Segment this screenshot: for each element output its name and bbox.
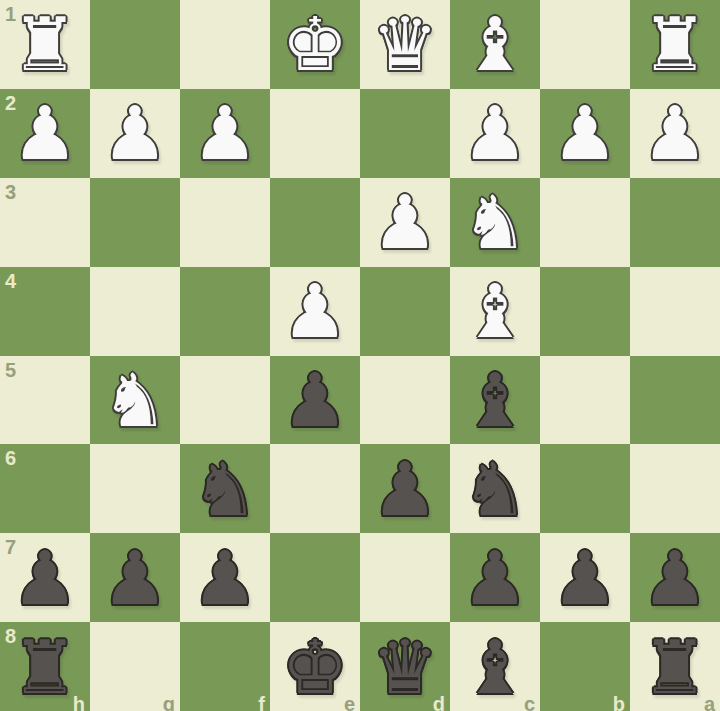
rank-label-5: 5 xyxy=(5,360,16,380)
piece-black-king[interactable]: ♚ xyxy=(282,630,348,704)
rank-label-6: 6 xyxy=(5,448,16,468)
piece-black-bishop[interactable]: ♝ xyxy=(462,363,528,437)
square-b4[interactable] xyxy=(540,267,630,356)
square-f1[interactable] xyxy=(180,0,270,89)
square-e8[interactable]: e♚ xyxy=(270,622,360,711)
square-e4[interactable]: ♟ xyxy=(270,267,360,356)
square-a3[interactable] xyxy=(630,178,720,267)
square-g5[interactable]: ♞ xyxy=(90,356,180,445)
square-f7[interactable]: ♟ xyxy=(180,533,270,622)
piece-black-pawn[interactable]: ♟ xyxy=(102,541,168,615)
piece-black-knight[interactable]: ♞ xyxy=(462,452,528,526)
square-b6[interactable] xyxy=(540,444,630,533)
square-f3[interactable] xyxy=(180,178,270,267)
square-g6[interactable] xyxy=(90,444,180,533)
file-label-b: b xyxy=(613,694,625,711)
square-d3[interactable]: ♟ xyxy=(360,178,450,267)
square-a5[interactable] xyxy=(630,356,720,445)
square-d2[interactable] xyxy=(360,89,450,178)
square-b5[interactable] xyxy=(540,356,630,445)
file-label-f: f xyxy=(258,694,265,711)
square-a2[interactable]: ♟ xyxy=(630,89,720,178)
square-d8[interactable]: d♛ xyxy=(360,622,450,711)
piece-white-pawn[interactable]: ♟ xyxy=(282,274,348,348)
piece-white-pawn[interactable]: ♟ xyxy=(552,96,618,170)
square-g7[interactable]: ♟ xyxy=(90,533,180,622)
piece-white-pawn[interactable]: ♟ xyxy=(642,96,708,170)
square-c3[interactable]: ♞ xyxy=(450,178,540,267)
square-g2[interactable]: ♟ xyxy=(90,89,180,178)
square-b3[interactable] xyxy=(540,178,630,267)
piece-white-knight[interactable]: ♞ xyxy=(462,185,528,259)
rank-label-3: 3 xyxy=(5,182,16,202)
piece-black-queen[interactable]: ♛ xyxy=(372,630,438,704)
square-f2[interactable]: ♟ xyxy=(180,89,270,178)
piece-black-pawn[interactable]: ♟ xyxy=(282,363,348,437)
piece-white-bishop[interactable]: ♝ xyxy=(462,274,528,348)
piece-white-pawn[interactable]: ♟ xyxy=(12,96,78,170)
square-g8[interactable]: g xyxy=(90,622,180,711)
square-h4[interactable]: 4 xyxy=(0,267,90,356)
piece-black-knight[interactable]: ♞ xyxy=(192,452,258,526)
square-a6[interactable] xyxy=(630,444,720,533)
piece-black-rook[interactable]: ♜ xyxy=(12,630,78,704)
square-d6[interactable]: ♟ xyxy=(360,444,450,533)
square-e6[interactable] xyxy=(270,444,360,533)
piece-white-king[interactable]: ♚ xyxy=(282,7,348,81)
square-b2[interactable]: ♟ xyxy=(540,89,630,178)
square-c5[interactable]: ♝ xyxy=(450,356,540,445)
square-g1[interactable] xyxy=(90,0,180,89)
piece-black-pawn[interactable]: ♟ xyxy=(372,452,438,526)
square-a7[interactable]: ♟ xyxy=(630,533,720,622)
square-d5[interactable] xyxy=(360,356,450,445)
square-b7[interactable]: ♟ xyxy=(540,533,630,622)
piece-white-queen[interactable]: ♛ xyxy=(372,7,438,81)
square-c7[interactable]: ♟ xyxy=(450,533,540,622)
square-a8[interactable]: a♜ xyxy=(630,622,720,711)
square-h8[interactable]: 8h♜ xyxy=(0,622,90,711)
square-f4[interactable] xyxy=(180,267,270,356)
square-h7[interactable]: 7♟ xyxy=(0,533,90,622)
square-d4[interactable] xyxy=(360,267,450,356)
piece-white-pawn[interactable]: ♟ xyxy=(462,96,528,170)
square-e3[interactable] xyxy=(270,178,360,267)
piece-white-pawn[interactable]: ♟ xyxy=(102,96,168,170)
file-label-g: g xyxy=(163,694,175,711)
square-h3[interactable]: 3 xyxy=(0,178,90,267)
piece-white-rook[interactable]: ♜ xyxy=(642,7,708,81)
piece-black-pawn[interactable]: ♟ xyxy=(462,541,528,615)
square-c2[interactable]: ♟ xyxy=(450,89,540,178)
piece-white-pawn[interactable]: ♟ xyxy=(372,185,438,259)
square-h1[interactable]: 1♜ xyxy=(0,0,90,89)
square-g4[interactable] xyxy=(90,267,180,356)
piece-black-bishop[interactable]: ♝ xyxy=(462,630,528,704)
square-c1[interactable]: ♝ xyxy=(450,0,540,89)
square-a4[interactable] xyxy=(630,267,720,356)
square-h6[interactable]: 6 xyxy=(0,444,90,533)
piece-black-pawn[interactable]: ♟ xyxy=(552,541,618,615)
square-a1[interactable]: ♜ xyxy=(630,0,720,89)
square-e2[interactable] xyxy=(270,89,360,178)
square-g3[interactable] xyxy=(90,178,180,267)
piece-black-pawn[interactable]: ♟ xyxy=(192,541,258,615)
square-h2[interactable]: 2♟ xyxy=(0,89,90,178)
square-h5[interactable]: 5 xyxy=(0,356,90,445)
square-f8[interactable]: f xyxy=(180,622,270,711)
square-e5[interactable]: ♟ xyxy=(270,356,360,445)
piece-white-knight[interactable]: ♞ xyxy=(102,363,168,437)
square-b8[interactable]: b xyxy=(540,622,630,711)
square-e7[interactable] xyxy=(270,533,360,622)
square-d1[interactable]: ♛ xyxy=(360,0,450,89)
rank-label-4: 4 xyxy=(5,271,16,291)
piece-white-pawn[interactable]: ♟ xyxy=(192,96,258,170)
square-b1[interactable] xyxy=(540,0,630,89)
chess-board: 1♜♚♛♝♜2♟♟♟♟♟♟3♟♞4♟♝5♞♟♝6♞♟♞7♟♟♟♟♟♟8h♜gfe… xyxy=(0,0,720,711)
piece-white-bishop[interactable]: ♝ xyxy=(462,7,528,81)
piece-black-rook[interactable]: ♜ xyxy=(642,630,708,704)
square-c6[interactable]: ♞ xyxy=(450,444,540,533)
piece-white-rook[interactable]: ♜ xyxy=(12,7,78,81)
piece-black-pawn[interactable]: ♟ xyxy=(642,541,708,615)
square-c8[interactable]: c♝ xyxy=(450,622,540,711)
piece-black-pawn[interactable]: ♟ xyxy=(12,541,78,615)
square-f6[interactable]: ♞ xyxy=(180,444,270,533)
square-d7[interactable] xyxy=(360,533,450,622)
square-c4[interactable]: ♝ xyxy=(450,267,540,356)
square-e1[interactable]: ♚ xyxy=(270,0,360,89)
square-f5[interactable] xyxy=(180,356,270,445)
